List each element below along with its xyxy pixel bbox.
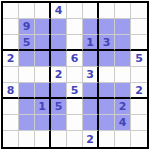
cell-r3c4-empty[interactable] <box>51 35 67 51</box>
cell-r8c2-empty[interactable] <box>19 115 35 131</box>
cell-r4c5-given[interactable]: 6 <box>67 51 83 67</box>
cell-r1c5-empty[interactable] <box>67 3 83 19</box>
cell-r1c4-given[interactable]: 4 <box>51 3 67 19</box>
cell-r3c5-empty[interactable] <box>67 35 83 51</box>
cell-r5c3-empty[interactable] <box>35 67 51 83</box>
cell-r6c5-given[interactable]: 5 <box>67 83 83 99</box>
cell-r9c3-empty[interactable] <box>35 131 51 147</box>
cell-r3c3-empty[interactable] <box>35 35 51 51</box>
cell-r5c1-empty[interactable] <box>3 67 19 83</box>
cell-r7c9-empty[interactable] <box>131 99 147 115</box>
cell-r6c3-empty[interactable] <box>35 83 51 99</box>
cell-r2c4-empty[interactable] <box>51 19 67 35</box>
cell-r4c8-empty[interactable] <box>115 51 131 67</box>
cell-r2c2-given[interactable]: 9 <box>19 19 35 35</box>
cell-r2c1-empty[interactable] <box>3 19 19 35</box>
cell-r7c3-given[interactable]: 1 <box>35 99 51 115</box>
cell-r4c7-empty[interactable] <box>99 51 115 67</box>
cell-r7c6-empty[interactable] <box>83 99 99 115</box>
cell-r4c6-empty[interactable] <box>83 51 99 67</box>
cell-r6c7-empty[interactable] <box>99 83 115 99</box>
cell-r1c7-empty[interactable] <box>99 3 115 19</box>
cell-r5c7-empty[interactable] <box>99 67 115 83</box>
cell-r6c2-empty[interactable] <box>19 83 35 99</box>
cell-r3c2-given[interactable]: 5 <box>19 35 35 51</box>
cell-r7c4-given[interactable]: 5 <box>51 99 67 115</box>
cell-r8c3-empty[interactable] <box>35 115 51 131</box>
cell-r2c5-empty[interactable] <box>67 19 83 35</box>
cell-r1c3-empty[interactable] <box>35 3 51 19</box>
cell-r1c2-empty[interactable] <box>19 3 35 19</box>
cell-r2c3-empty[interactable] <box>35 19 51 35</box>
cell-r8c5-empty[interactable] <box>67 115 83 131</box>
cell-r9c5-empty[interactable] <box>67 131 83 147</box>
cell-r8c4-empty[interactable] <box>51 115 67 131</box>
cell-r8c1-empty[interactable] <box>3 115 19 131</box>
cell-r8c8-given[interactable]: 4 <box>115 115 131 131</box>
cell-r9c6-given[interactable]: 2 <box>83 131 99 147</box>
cell-r7c5-empty[interactable] <box>67 99 83 115</box>
sudoku-board: 495132652385215242 <box>1 1 149 149</box>
cell-r6c1-given[interactable]: 8 <box>3 83 19 99</box>
cell-r6c4-empty[interactable] <box>51 83 67 99</box>
cell-r2c7-empty[interactable] <box>99 19 115 35</box>
cell-r9c2-empty[interactable] <box>19 131 35 147</box>
cell-r5c5-empty[interactable] <box>67 67 83 83</box>
cell-r6c8-empty[interactable] <box>115 83 131 99</box>
cell-r5c2-empty[interactable] <box>19 67 35 83</box>
cell-r4c3-empty[interactable] <box>35 51 51 67</box>
cell-r6c9-given[interactable]: 2 <box>131 83 147 99</box>
cell-r5c6-given[interactable]: 3 <box>83 67 99 83</box>
cell-r1c8-empty[interactable] <box>115 3 131 19</box>
cell-r5c8-empty[interactable] <box>115 67 131 83</box>
cell-r8c9-empty[interactable] <box>131 115 147 131</box>
cell-r2c6-empty[interactable] <box>83 19 99 35</box>
cell-r4c1-given[interactable]: 2 <box>3 51 19 67</box>
cell-r3c8-empty[interactable] <box>115 35 131 51</box>
cell-r4c9-given[interactable]: 5 <box>131 51 147 67</box>
cell-r2c9-empty[interactable] <box>131 19 147 35</box>
cell-r9c8-empty[interactable] <box>115 131 131 147</box>
cell-r1c6-empty[interactable] <box>83 3 99 19</box>
cell-r9c1-empty[interactable] <box>3 131 19 147</box>
cell-r4c2-empty[interactable] <box>19 51 35 67</box>
cell-r1c9-empty[interactable] <box>131 3 147 19</box>
cell-r5c9-empty[interactable] <box>131 67 147 83</box>
cell-r7c7-empty[interactable] <box>99 99 115 115</box>
cell-r7c1-empty[interactable] <box>3 99 19 115</box>
cell-r9c7-empty[interactable] <box>99 131 115 147</box>
cell-r3c9-empty[interactable] <box>131 35 147 51</box>
cell-r6c6-empty[interactable] <box>83 83 99 99</box>
cell-r1c1-empty[interactable] <box>3 3 19 19</box>
cell-r4c4-empty[interactable] <box>51 51 67 67</box>
cell-r7c8-given[interactable]: 2 <box>115 99 131 115</box>
cell-r3c7-given[interactable]: 3 <box>99 35 115 51</box>
cell-r5c4-given[interactable]: 2 <box>51 67 67 83</box>
cell-r9c4-empty[interactable] <box>51 131 67 147</box>
cell-r3c6-given[interactable]: 1 <box>83 35 99 51</box>
cell-r8c6-empty[interactable] <box>83 115 99 131</box>
cell-r3c1-empty[interactable] <box>3 35 19 51</box>
cell-r8c7-empty[interactable] <box>99 115 115 131</box>
cell-r9c9-empty[interactable] <box>131 131 147 147</box>
cell-r2c8-empty[interactable] <box>115 19 131 35</box>
cell-r7c2-empty[interactable] <box>19 99 35 115</box>
